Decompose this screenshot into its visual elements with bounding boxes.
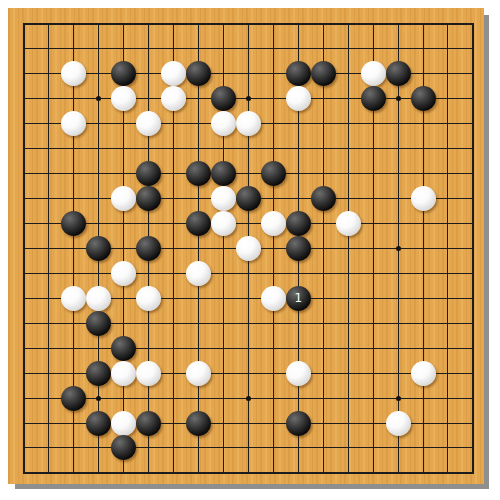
- white-stone: [211, 111, 236, 136]
- black-stone: [186, 161, 211, 186]
- white-stone: [111, 361, 136, 386]
- black-stone: [111, 336, 136, 361]
- white-stone: [186, 261, 211, 286]
- white-stone: [286, 86, 311, 111]
- go-diagram: 1: [0, 0, 500, 500]
- star-point: [96, 96, 101, 101]
- black-stone: [61, 386, 86, 411]
- move-number-label: 1: [295, 292, 303, 304]
- black-stone: [286, 61, 311, 86]
- black-stone: [386, 61, 411, 86]
- black-stone: [86, 311, 111, 336]
- white-stone: [111, 261, 136, 286]
- white-stone: [61, 111, 86, 136]
- black-stone: [111, 61, 136, 86]
- grid-line-vertical: [273, 23, 274, 474]
- white-stone: [161, 86, 186, 111]
- star-point: [396, 396, 401, 401]
- black-stone: [186, 211, 211, 236]
- white-stone: [136, 111, 161, 136]
- white-stone: [161, 61, 186, 86]
- black-stone: [211, 161, 236, 186]
- grid-line-vertical: [323, 23, 324, 474]
- black-stone: [411, 86, 436, 111]
- star-point: [246, 396, 251, 401]
- grid-line-horizontal: [23, 348, 474, 349]
- black-stone: [61, 211, 86, 236]
- star-point: [246, 96, 251, 101]
- black-stone: [86, 236, 111, 261]
- star-point: [396, 246, 401, 251]
- grid-line-vertical: [472, 23, 474, 474]
- white-stone: [86, 286, 111, 311]
- black-stone: [136, 236, 161, 261]
- white-stone: [411, 186, 436, 211]
- black-stone: [86, 411, 111, 436]
- white-stone: [411, 361, 436, 386]
- white-stone: [336, 211, 361, 236]
- white-stone: [261, 286, 286, 311]
- black-stone: [261, 161, 286, 186]
- black-stone: [136, 186, 161, 211]
- black-stone: [236, 186, 261, 211]
- black-stone: [186, 411, 211, 436]
- star-point: [396, 96, 401, 101]
- black-stone: [136, 411, 161, 436]
- white-stone: [111, 186, 136, 211]
- black-stone: [211, 86, 236, 111]
- black-stone: [186, 61, 211, 86]
- black-stone: [286, 211, 311, 236]
- black-stone: [311, 61, 336, 86]
- black-stone: [86, 361, 111, 386]
- white-stone: [261, 211, 286, 236]
- black-stone: [311, 186, 336, 211]
- white-stone: [61, 286, 86, 311]
- black-stone: 1: [286, 286, 311, 311]
- go-board[interactable]: 1: [8, 8, 484, 484]
- white-stone: [136, 361, 161, 386]
- grid-line-vertical: [348, 23, 349, 474]
- grid-line-horizontal: [23, 447, 474, 448]
- star-point: [96, 396, 101, 401]
- black-stone: [361, 86, 386, 111]
- white-stone: [361, 61, 386, 86]
- white-stone: [286, 361, 311, 386]
- black-stone: [136, 161, 161, 186]
- grid-line-vertical: [447, 23, 448, 474]
- white-stone: [111, 86, 136, 111]
- white-stone: [386, 411, 411, 436]
- white-stone: [211, 211, 236, 236]
- black-stone: [286, 411, 311, 436]
- white-stone: [111, 411, 136, 436]
- white-stone: [186, 361, 211, 386]
- black-stone: [286, 236, 311, 261]
- grid-line-horizontal: [23, 273, 474, 274]
- white-stone: [136, 286, 161, 311]
- white-stone: [236, 236, 261, 261]
- white-stone: [61, 61, 86, 86]
- grid-line-horizontal: [23, 472, 474, 474]
- black-stone: [111, 435, 136, 460]
- white-stone: [211, 186, 236, 211]
- white-stone: [236, 111, 261, 136]
